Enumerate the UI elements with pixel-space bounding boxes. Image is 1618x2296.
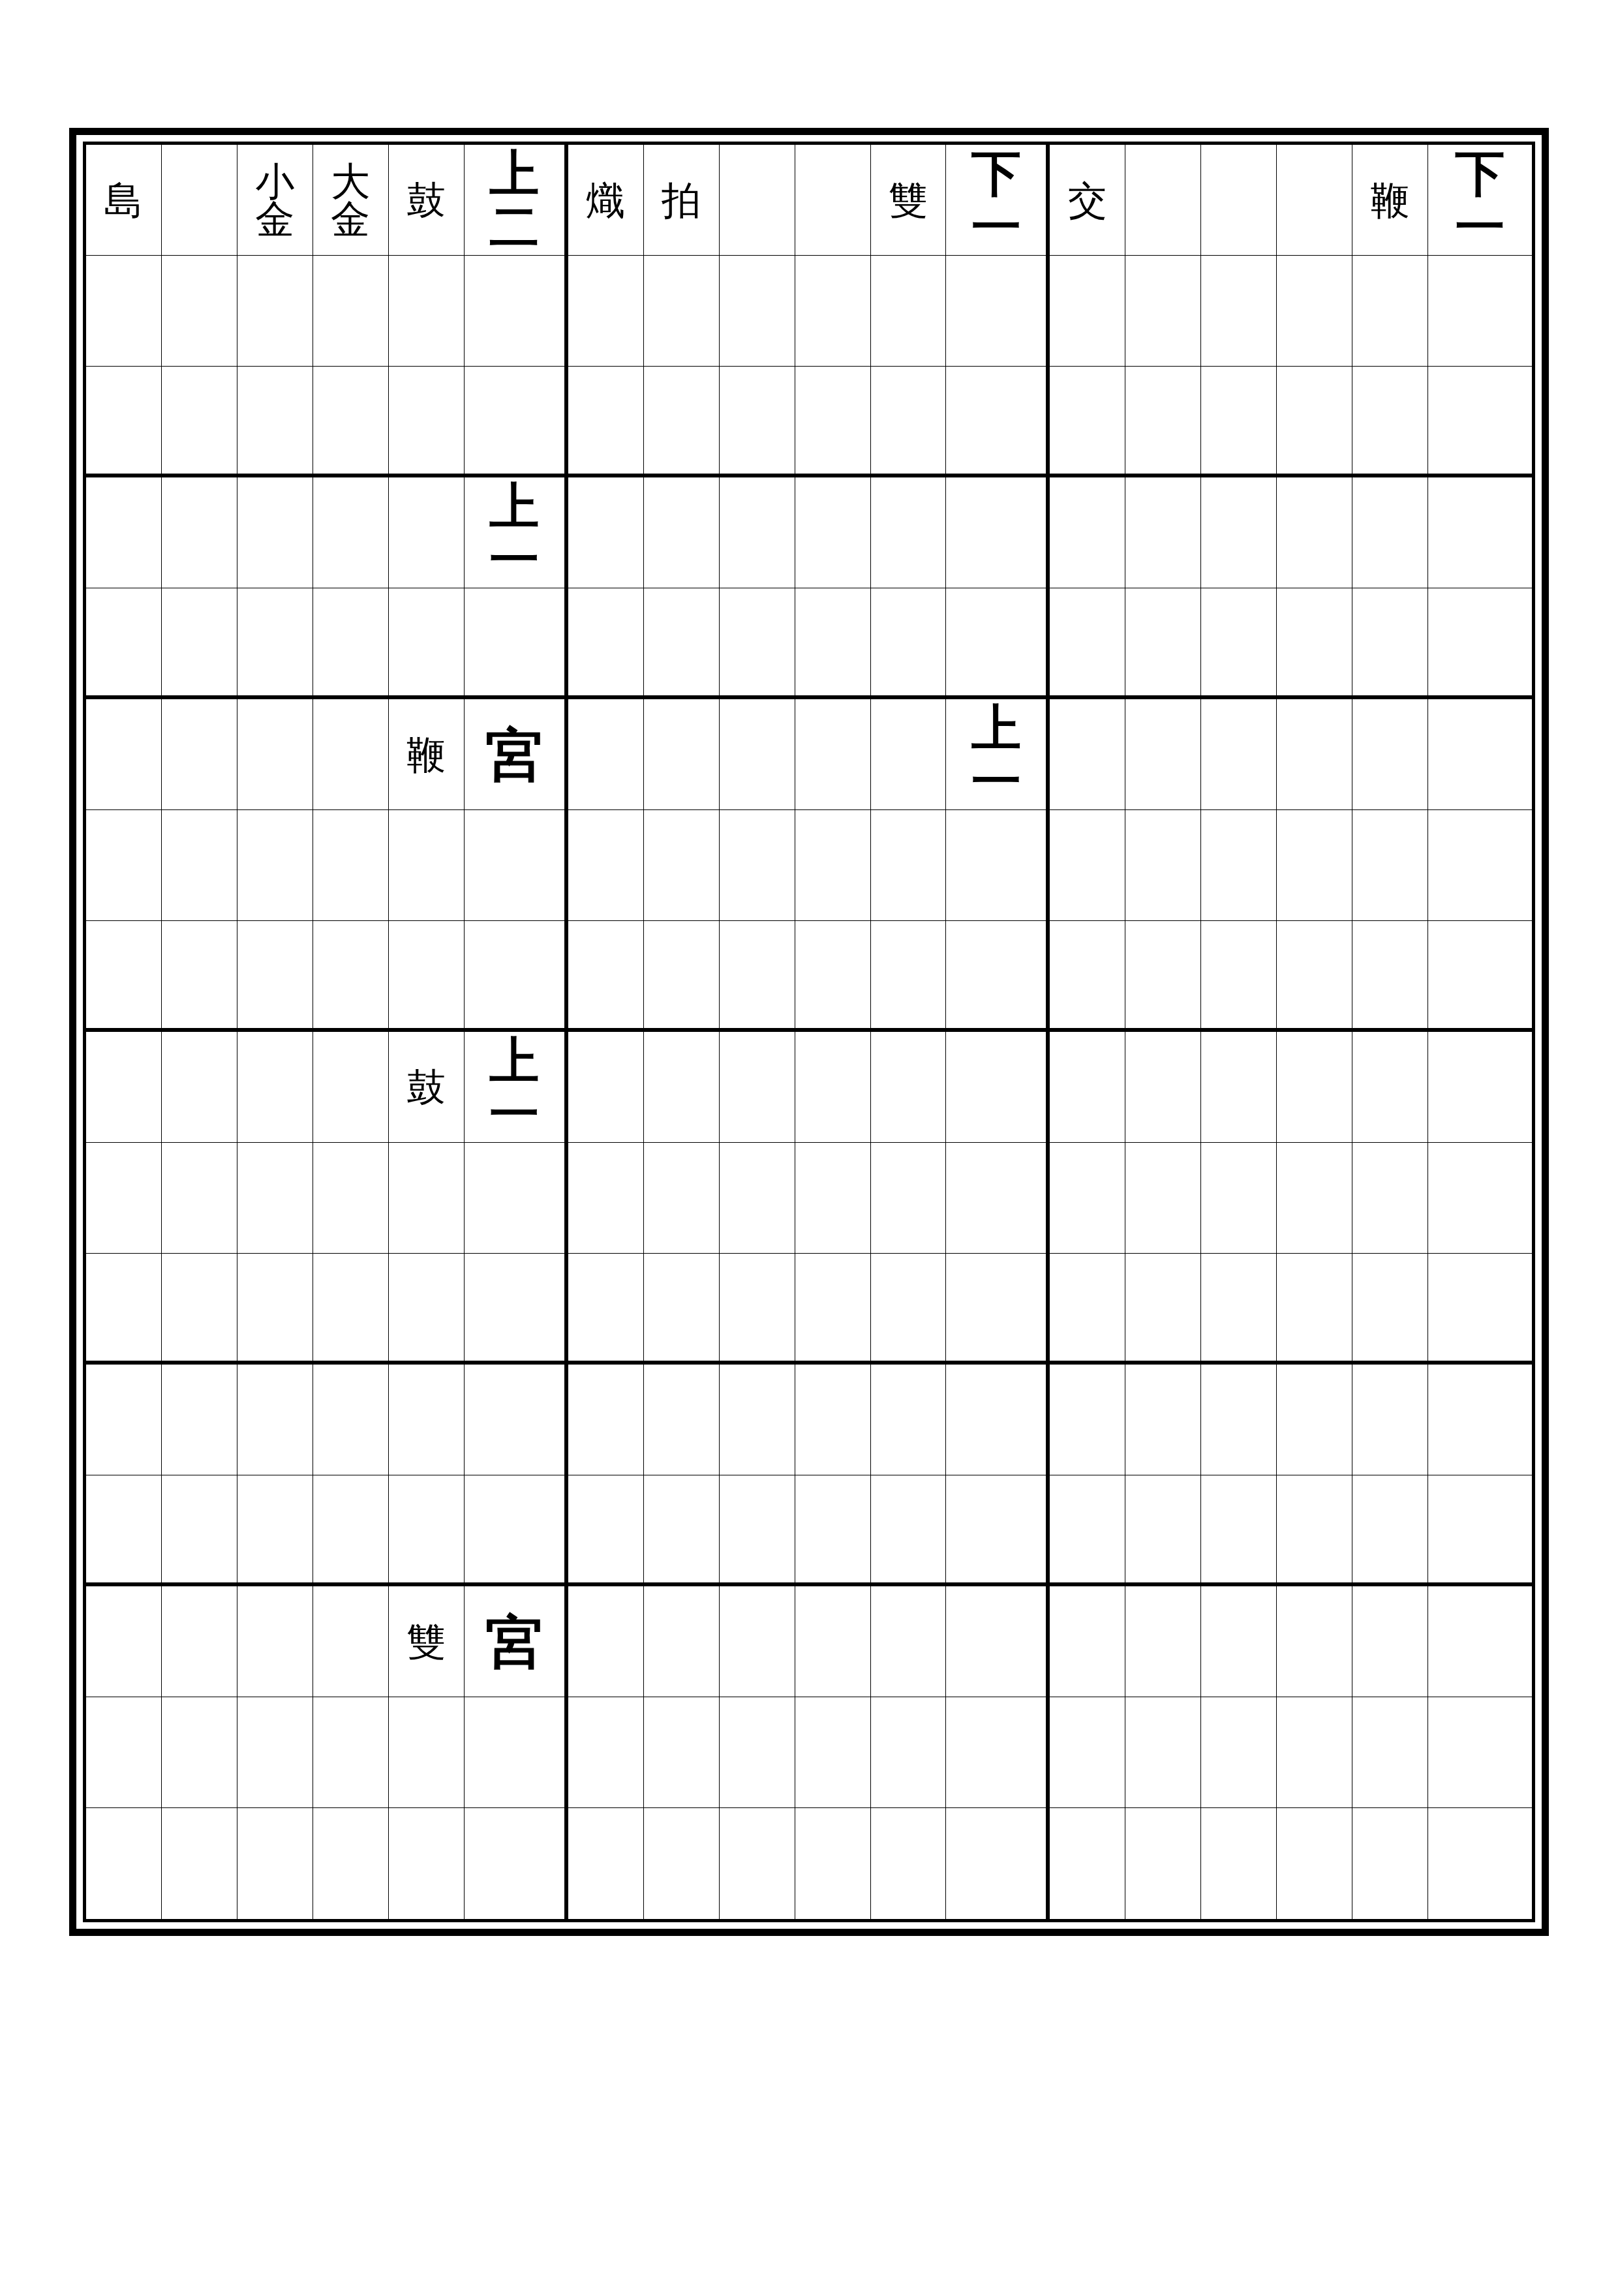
jeonggan-cell: 鼓 (389, 1032, 465, 1143)
jeonggan-cell (871, 810, 947, 921)
jeonggan-cell (1125, 145, 1201, 256)
jeonggan-cell (946, 367, 1050, 477)
jeonggan-cell (162, 477, 237, 588)
jeonggan-cell (1428, 1143, 1532, 1254)
jeonggan-cell (1125, 921, 1201, 1032)
jeonggan-cell (568, 921, 644, 1032)
jeongganbo-board: 島小金大金鼓上二熾拍雙下一交鞭下一上一鞭宮上一鼓上一雙宮 (69, 128, 1549, 1936)
jeonggan-cell (1201, 921, 1277, 1032)
jeonggan-cell (162, 1254, 237, 1365)
jeonggan-cell (389, 1254, 465, 1365)
jeonggan-cell (162, 810, 237, 921)
jeonggan-cell: 上一 (946, 699, 1050, 810)
jeonggan-cell (1352, 699, 1428, 810)
jeonggan-cell (162, 1475, 237, 1586)
jeonggan-cell (86, 1808, 162, 1919)
jeonggan-cell: 拍 (644, 145, 720, 256)
notation-glyph: 小 (255, 162, 294, 200)
jeonggan-cell (465, 367, 568, 477)
jeonggan-cell (1201, 1697, 1277, 1808)
jeonggan-cell (1050, 921, 1125, 1032)
jeonggan-cell (1277, 1697, 1352, 1808)
jeonggan-cell (237, 1032, 313, 1143)
notation-glyph: 鼓 (406, 1068, 446, 1106)
jeonggan-cell (1277, 1143, 1352, 1254)
jeonggan-cell (1050, 1475, 1125, 1586)
jeonggan-cell (162, 145, 237, 256)
jeonggan-cell (644, 1365, 720, 1475)
jeonggan-cell (162, 588, 237, 699)
notation-glyph: 宮 (485, 725, 543, 785)
jeonggan-cell (720, 1254, 795, 1365)
jeonggan-cell (1125, 1143, 1201, 1254)
jeonggan-cell (720, 1365, 795, 1475)
jeonggan-cell: 上一 (465, 1032, 568, 1143)
jeonggan-cell (568, 699, 644, 810)
jeonggan-cell (871, 1365, 947, 1475)
jeonggan-cell (644, 1586, 720, 1697)
jeonggan-cell: 小金 (237, 145, 313, 256)
jeonggan-cell (1428, 1365, 1532, 1475)
jeonggan-cell (1050, 1254, 1125, 1365)
jeonggan-cell (644, 477, 720, 588)
notation-glyph: 宮 (485, 1612, 543, 1672)
jeonggan-cell (237, 1475, 313, 1586)
jeonggan-cell (1050, 810, 1125, 921)
jeonggan-cell (871, 1808, 947, 1919)
jeonggan-cell (871, 921, 947, 1032)
jeonggan-cell (86, 367, 162, 477)
jeonggan-cell (871, 477, 947, 588)
jeonggan-cell (1201, 1475, 1277, 1586)
jeonggan-cell (162, 1586, 237, 1697)
jeonggan-cell (86, 1697, 162, 1808)
notation-glyph: 金 (255, 200, 294, 238)
jeonggan-cell (389, 1808, 465, 1919)
jeonggan-cell (389, 1475, 465, 1586)
notation-glyph: 上 (489, 1034, 539, 1087)
jeonggan-cell (1201, 699, 1277, 810)
jeonggan-cell: 上一 (465, 477, 568, 588)
jeonggan-cell (644, 699, 720, 810)
jeonggan-cell (313, 1254, 389, 1365)
jeonggan-cell: 下一 (1428, 145, 1532, 256)
jeonggan-cell: 雙 (871, 145, 947, 256)
jeonggan-cell (1428, 1254, 1532, 1365)
jeonggan-cell (1050, 1808, 1125, 1919)
jeonggan-cell (1277, 1475, 1352, 1586)
jeonggan-cell (389, 256, 465, 367)
jeonggan-cell (313, 1697, 389, 1808)
jeonggan-cell (871, 588, 947, 699)
notation-glyph: 上 (489, 479, 539, 533)
jeonggan-cell (1201, 477, 1277, 588)
jeonggan-cell (871, 699, 947, 810)
jeonggan-cell (1277, 921, 1352, 1032)
jeonggan-cell (162, 1808, 237, 1919)
jeonggan-cell (795, 367, 871, 477)
jeonggan-cell (465, 1697, 568, 1808)
jeonggan-cell (162, 1697, 237, 1808)
jeonggan-cell (644, 1808, 720, 1919)
jeonggan-cell (1352, 1365, 1428, 1475)
jeonggan-cell (1352, 921, 1428, 1032)
jeonggan-cell (720, 1808, 795, 1919)
jeonggan-cell (1125, 699, 1201, 810)
jeonggan-cell (871, 1697, 947, 1808)
jeonggan-cell: 鞭 (389, 699, 465, 810)
jeonggan-cell (162, 1365, 237, 1475)
jeonggan-cell (1050, 588, 1125, 699)
jeonggan-cell (313, 1032, 389, 1143)
jeonggan-cell (720, 477, 795, 588)
jeonggan-cell (465, 1808, 568, 1919)
jeonggan-cell (1125, 588, 1201, 699)
jeonggan-cell (795, 1697, 871, 1808)
jeonggan-cell (720, 1586, 795, 1697)
jeonggan-cell (946, 1697, 1050, 1808)
jeonggan-cell (946, 1032, 1050, 1143)
jeonggan-cell: 宮 (465, 1586, 568, 1697)
jeonggan-cell (644, 810, 720, 921)
jeonggan-cell (237, 367, 313, 477)
jeonggan-cell (1428, 1032, 1532, 1143)
jeonggan-cell (1201, 1032, 1277, 1143)
notation-glyph: 鞭 (406, 736, 446, 774)
jeonggan-cell (568, 1808, 644, 1919)
jeonggan-cell (313, 367, 389, 477)
jeonggan-cell (465, 1254, 568, 1365)
jeonggan-cell (644, 1032, 720, 1143)
jeonggan-cell: 交 (1050, 145, 1125, 256)
jeonggan-cell: 下一 (946, 145, 1050, 256)
jeonggan-cell (1201, 367, 1277, 477)
jeonggan-cell (465, 256, 568, 367)
jeonggan-cell (1352, 1697, 1428, 1808)
jeonggan-cell (465, 588, 568, 699)
jeonggan-cell (795, 1475, 871, 1586)
jeonggan-cell (644, 1254, 720, 1365)
jeonggan-cell (237, 477, 313, 588)
jeonggan-cell: 上二 (465, 145, 568, 256)
jeonggan-cell (871, 1143, 947, 1254)
jeonggan-cell (720, 367, 795, 477)
notation-glyph: 雙 (406, 1623, 446, 1661)
jeonggan-cell (389, 810, 465, 921)
notation-glyph: 下 (1456, 147, 1505, 200)
jeonggan-cell (720, 699, 795, 810)
jeonggan-cell (1125, 1365, 1201, 1475)
jeonggan-cell (871, 256, 947, 367)
jeonggan-cell (1428, 477, 1532, 588)
jeonggan-cell (1352, 1032, 1428, 1143)
jeonggan-cell (313, 921, 389, 1032)
jeonggan-cell (237, 1254, 313, 1365)
jeonggan-cell (946, 256, 1050, 367)
jeonggan-cell (720, 810, 795, 921)
jeonggan-cell (644, 1143, 720, 1254)
jeonggan-cell (1277, 1365, 1352, 1475)
jeonggan-cell (795, 477, 871, 588)
jeonggan-cell (946, 1586, 1050, 1697)
jeonggan-cell (1201, 588, 1277, 699)
jeonggan-cell (313, 810, 389, 921)
jeonggan-cell (1277, 256, 1352, 367)
jeonggan-cell (1352, 1475, 1428, 1586)
jeonggan-cell (1201, 1365, 1277, 1475)
jeonggan-cell (86, 921, 162, 1032)
jeonggan-cell (1125, 477, 1201, 588)
jeonggan-cell (946, 1143, 1050, 1254)
jeonggan-cell (795, 1254, 871, 1365)
jeonggan-cell (1428, 1808, 1532, 1919)
jeonggan-cell (237, 921, 313, 1032)
jeonggan-cell (871, 1475, 947, 1586)
jeonggan-cell (568, 1254, 644, 1365)
jeonggan-cell (871, 1032, 947, 1143)
jeonggan-cell (946, 1475, 1050, 1586)
jeonggan-cell (86, 1032, 162, 1143)
notation-glyph: 雙 (889, 181, 928, 219)
jeonggan-cell (162, 1143, 237, 1254)
jeonggan-cell (644, 1475, 720, 1586)
jeonggan-cell (1125, 810, 1201, 921)
jeonggan-cell (1428, 367, 1532, 477)
jeonggan-cell (795, 1143, 871, 1254)
jeonggan-cell (946, 921, 1050, 1032)
jeonggan-cell (568, 1586, 644, 1697)
jeonggan-cell (1201, 145, 1277, 256)
jeonggan-cell (465, 810, 568, 921)
jeonggan-cell (1352, 1143, 1428, 1254)
jeonggan-cell (389, 588, 465, 699)
jeonggan-cell (162, 699, 237, 810)
jeonggan-grid: 島小金大金鼓上二熾拍雙下一交鞭下一上一鞭宮上一鼓上一雙宮 (86, 145, 1532, 1919)
jeonggan-cell (237, 810, 313, 921)
notation-glyph: 熾 (586, 181, 625, 219)
jeonggan-cell (1352, 810, 1428, 921)
jeonggan-cell (1428, 1697, 1532, 1808)
jeonggan-cell (644, 256, 720, 367)
jeonggan-cell: 雙 (389, 1586, 465, 1697)
notation-glyph: 鼓 (406, 181, 446, 219)
notation-glyph: 一 (971, 755, 1021, 808)
jeonggan-cell (1125, 256, 1201, 367)
jeonggan-cell (1428, 256, 1532, 367)
jeonggan-cell (720, 1143, 795, 1254)
jeonggan-cell (946, 810, 1050, 921)
jeonggan-cell (237, 1808, 313, 1919)
jeonggan-cell (946, 1808, 1050, 1919)
jeonggan-cell (1050, 1032, 1125, 1143)
jeonggan-cell (1277, 1254, 1352, 1365)
notation-glyph: 下 (971, 147, 1021, 200)
jeonggan-cell (1277, 145, 1352, 256)
jeonggan-cell (871, 1254, 947, 1365)
jeonggan-cell (237, 588, 313, 699)
jeonggan-cell (1277, 1032, 1352, 1143)
jeonggan-cell (237, 699, 313, 810)
jeonggan-cell (720, 1032, 795, 1143)
jeonggan-cell (1201, 1586, 1277, 1697)
jeonggan-cell (86, 1254, 162, 1365)
jeonggan-cell (313, 1475, 389, 1586)
jeonggan-cell (1428, 699, 1532, 810)
jeonggan-cell (795, 1808, 871, 1919)
jeonggan-cell (946, 588, 1050, 699)
jeonggan-cell (86, 1475, 162, 1586)
notation-glyph: 交 (1068, 181, 1107, 219)
jeonggan-cell (720, 145, 795, 256)
jeonggan-cell (1125, 1254, 1201, 1365)
jeonggan-cell (720, 1697, 795, 1808)
jeonggan-cell (389, 921, 465, 1032)
jeonggan-cell (795, 256, 871, 367)
jeonggan-cell: 島 (86, 145, 162, 256)
jeonggan-cell (1428, 1586, 1532, 1697)
jeonggan-cell (1050, 367, 1125, 477)
jeonggan-cell (1201, 256, 1277, 367)
jeonggan-cell (1125, 1475, 1201, 1586)
jeonggan-cell (237, 1143, 313, 1254)
jeonggan-cell (1352, 1586, 1428, 1697)
jeonggan-cell (1050, 1143, 1125, 1254)
jeonggan-cell (720, 256, 795, 367)
jeonggan-cell (162, 921, 237, 1032)
jeonggan-cell (1277, 588, 1352, 699)
jeonggan-cell (720, 1475, 795, 1586)
notation-glyph: 島 (104, 181, 143, 219)
jeonggan-cell (237, 1586, 313, 1697)
jeonggan-cell (795, 1032, 871, 1143)
notation-glyph: 一 (489, 533, 539, 586)
jeonggan-cell (1428, 810, 1532, 921)
jeonggan-cell (1352, 1808, 1428, 1919)
jeonggan-cell (389, 1365, 465, 1475)
jeonggan-cell (795, 810, 871, 921)
jeonggan-cell (1125, 1032, 1201, 1143)
jeonggan-cell: 宮 (465, 699, 568, 810)
jeonggan-cell (644, 921, 720, 1032)
jeonggan-cell (162, 367, 237, 477)
notation-glyph: 拍 (662, 181, 701, 219)
jeonggan-cell (644, 1697, 720, 1808)
jeonggan-cell (313, 699, 389, 810)
jeonggan-cell (568, 256, 644, 367)
jeonggan-cell (1277, 699, 1352, 810)
jeonggan-cell (568, 1032, 644, 1143)
jeonggan-cell (568, 588, 644, 699)
jeonggan-cell (720, 588, 795, 699)
jeonggan-cell (86, 699, 162, 810)
jeonggan-cell (568, 1143, 644, 1254)
jeonggan-cell (313, 1365, 389, 1475)
jeonggan-cell (1125, 1808, 1201, 1919)
jeonggan-cell (720, 921, 795, 1032)
jeonggan-cell (1428, 1475, 1532, 1586)
jeonggan-cell (568, 1697, 644, 1808)
jeonggan-cell (1050, 699, 1125, 810)
jeonggan-cell (1277, 810, 1352, 921)
notation-glyph: 上 (971, 701, 1021, 755)
jeonggan-cell (795, 588, 871, 699)
jeonggan-cell (162, 256, 237, 367)
jeonggan-cell (389, 1143, 465, 1254)
jeonggan-cell (1352, 588, 1428, 699)
jeonggan-cell (795, 699, 871, 810)
jeonggan-cell: 熾 (568, 145, 644, 256)
notation-glyph: 二 (489, 200, 539, 254)
notation-glyph: 一 (489, 1087, 539, 1141)
jeonggan-cell (1125, 1697, 1201, 1808)
jeonggan-cell (237, 1697, 313, 1808)
jeonggan-cell (946, 1254, 1050, 1365)
jeonggan-cell (389, 367, 465, 477)
jeonggan-cell (313, 1143, 389, 1254)
notation-glyph: 鞭 (1371, 181, 1410, 219)
notation-glyph: 大 (331, 162, 370, 200)
jeonggan-cell (871, 1586, 947, 1697)
jeonggan-cell (86, 1143, 162, 1254)
jeonggan-cell (795, 145, 871, 256)
jeonggan-cell (946, 1365, 1050, 1475)
notation-glyph: 一 (971, 200, 1021, 254)
jeonggan-cell (1428, 588, 1532, 699)
jeonggan-cell (237, 1365, 313, 1475)
jeonggan-cell (871, 367, 947, 477)
jeonggan-cell (1050, 256, 1125, 367)
jeonggan-cell (86, 588, 162, 699)
jeonggan-cell (1050, 1365, 1125, 1475)
jeonggan-cell (1352, 477, 1428, 588)
jeonggan-cell (389, 477, 465, 588)
jeonggan-cell: 鼓 (389, 145, 465, 256)
jeonggan-cell (1201, 810, 1277, 921)
jeonggan-cell (644, 588, 720, 699)
jeonggan-cell (86, 1365, 162, 1475)
jeonggan-cell (568, 1475, 644, 1586)
notation-glyph: 一 (1456, 200, 1505, 254)
jeonggan-cell (1201, 1254, 1277, 1365)
jeonggan-cell (1428, 921, 1532, 1032)
jeonggan-cell (1125, 367, 1201, 477)
jeonggan-cell (568, 367, 644, 477)
jeonggan-cell (465, 1143, 568, 1254)
jeonggan-cell (465, 921, 568, 1032)
jeonggan-cell (1050, 477, 1125, 588)
notation-glyph: 金 (331, 200, 370, 238)
jeonggan-cell (795, 1586, 871, 1697)
jeonggan-cell (237, 256, 313, 367)
jeonggan-cell (313, 1808, 389, 1919)
jeonggan-cell (465, 1475, 568, 1586)
jeonggan-cell (313, 477, 389, 588)
jeonggan-cell (1125, 1586, 1201, 1697)
jeonggan-cell (389, 1697, 465, 1808)
jeonggan-cell (795, 921, 871, 1032)
jeonggan-cell (86, 1586, 162, 1697)
jeonggan-cell (1201, 1808, 1277, 1919)
jeonggan-cell (465, 1365, 568, 1475)
jeonggan-cell (1352, 1254, 1428, 1365)
jeonggan-cell (946, 477, 1050, 588)
jeonggan-cell (1201, 1143, 1277, 1254)
jeonggan-cell (568, 1365, 644, 1475)
notation-glyph: 上 (489, 147, 539, 200)
jeonggan-cell (1352, 256, 1428, 367)
jeonggan-cell: 大金 (313, 145, 389, 256)
jeonggan-cell (1277, 477, 1352, 588)
